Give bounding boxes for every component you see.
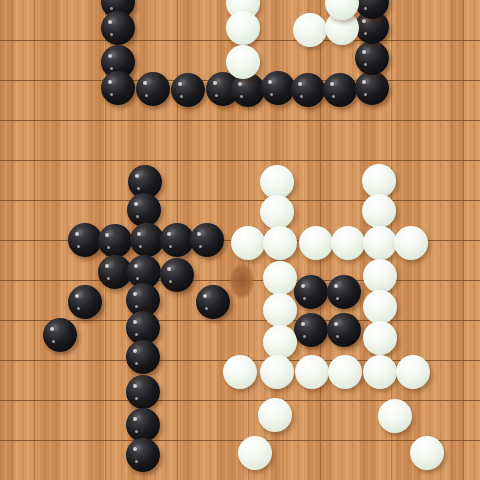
white-stone[interactable] [263,226,297,260]
black-stone[interactable] [160,258,194,292]
white-stone[interactable] [263,293,297,327]
black-stone[interactable] [160,223,194,257]
grid-h-line [0,440,480,441]
black-stone[interactable] [43,318,77,352]
black-stone[interactable] [127,193,161,227]
grid-h-line [0,200,480,201]
white-stone[interactable] [238,436,272,470]
black-stone[interactable] [136,72,170,106]
black-stone[interactable] [101,71,135,105]
white-stone[interactable] [362,194,396,228]
black-stone[interactable] [196,285,230,319]
white-stone[interactable] [328,355,362,389]
black-stone[interactable] [101,11,135,45]
grid-v-line [34,0,35,480]
white-stone[interactable] [410,436,444,470]
wood-knot [230,263,254,299]
black-stone[interactable] [130,223,164,257]
white-stone[interactable] [363,259,397,293]
white-stone[interactable] [260,355,294,389]
white-stone[interactable] [363,226,397,260]
white-stone[interactable] [223,355,257,389]
white-stone[interactable] [295,355,329,389]
black-stone[interactable] [323,73,357,107]
white-stone[interactable] [231,226,265,260]
grid-h-line [0,320,480,321]
black-stone[interactable] [126,375,160,409]
go-board[interactable] [0,0,480,480]
black-stone[interactable] [126,408,160,442]
black-stone[interactable] [327,313,361,347]
white-stone[interactable] [260,195,294,229]
grid-h-line [0,280,480,281]
white-stone[interactable] [331,226,365,260]
black-stone[interactable] [190,223,224,257]
white-stone[interactable] [293,13,327,47]
white-stone[interactable] [363,290,397,324]
grid-h-line [0,120,480,121]
white-stone[interactable] [263,261,297,295]
white-stone[interactable] [363,355,397,389]
black-stone[interactable] [126,438,160,472]
black-stone[interactable] [126,340,160,374]
white-stone[interactable] [396,355,430,389]
black-stone[interactable] [171,73,205,107]
white-stone[interactable] [226,45,260,79]
black-stone[interactable] [294,313,328,347]
white-stone[interactable] [258,398,292,432]
grid-v-line [463,0,464,480]
white-stone[interactable] [299,226,333,260]
white-stone[interactable] [226,11,260,45]
black-stone[interactable] [291,73,325,107]
white-stone[interactable] [362,164,396,198]
black-stone[interactable] [355,41,389,75]
black-stone[interactable] [327,275,361,309]
black-stone[interactable] [261,71,295,105]
black-stone[interactable] [68,223,102,257]
white-stone[interactable] [260,165,294,199]
white-stone[interactable] [394,226,428,260]
black-stone[interactable] [68,285,102,319]
black-stone[interactable] [98,224,132,258]
black-stone[interactable] [294,275,328,309]
black-stone[interactable] [355,71,389,105]
grid-h-line [0,160,480,161]
white-stone[interactable] [378,399,412,433]
white-stone[interactable] [263,325,297,359]
white-stone[interactable] [363,321,397,355]
grid-h-line [0,400,480,401]
